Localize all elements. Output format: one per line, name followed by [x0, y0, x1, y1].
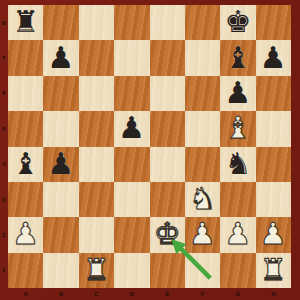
- square-f7[interactable]: [185, 40, 220, 75]
- square-a7[interactable]: [8, 40, 43, 75]
- square-e8[interactable]: [150, 5, 185, 40]
- square-h4[interactable]: [256, 147, 291, 182]
- square-f6[interactable]: [185, 76, 220, 111]
- piece-white-bishop[interactable]: ♝: [224, 110, 251, 145]
- square-d6[interactable]: [114, 76, 149, 111]
- square-f4[interactable]: [185, 147, 220, 182]
- square-a4[interactable]: ♝: [8, 147, 43, 182]
- rank-label-7: 7: [0, 40, 8, 75]
- piece-black-rook[interactable]: ♜: [12, 4, 39, 39]
- square-c8[interactable]: [79, 5, 114, 40]
- square-g7[interactable]: ♝: [220, 40, 255, 75]
- square-f1[interactable]: [185, 253, 220, 288]
- square-e5[interactable]: [150, 111, 185, 146]
- square-b4[interactable]: ♟: [43, 147, 78, 182]
- square-e1[interactable]: [150, 253, 185, 288]
- square-c3[interactable]: [79, 182, 114, 217]
- square-f5[interactable]: [185, 111, 220, 146]
- square-h3[interactable]: [256, 182, 291, 217]
- square-c2[interactable]: [79, 217, 114, 252]
- square-d4[interactable]: [114, 147, 149, 182]
- piece-black-pawn[interactable]: ♟: [48, 146, 75, 181]
- square-c6[interactable]: [79, 76, 114, 111]
- file-label-e: E: [150, 288, 185, 300]
- piece-black-pawn[interactable]: ♟: [260, 40, 287, 75]
- piece-white-rook[interactable]: ♜: [83, 252, 110, 287]
- piece-black-pawn[interactable]: ♟: [118, 110, 145, 145]
- square-d2[interactable]: [114, 217, 149, 252]
- square-c4[interactable]: [79, 147, 114, 182]
- square-d7[interactable]: [114, 40, 149, 75]
- square-h6[interactable]: [256, 76, 291, 111]
- rank-label-4: 4: [0, 147, 8, 182]
- square-g5[interactable]: ♝: [220, 111, 255, 146]
- square-d5[interactable]: ♟: [114, 111, 149, 146]
- chess-board-frame: ♜♚♟♝♟♟♟♝♝♟♞♞♟♚♟♟♟♜♜ 87654321 ABCDEFGH: [0, 0, 300, 300]
- square-e3[interactable]: [150, 182, 185, 217]
- square-f8[interactable]: [185, 5, 220, 40]
- square-c1[interactable]: ♜: [79, 253, 114, 288]
- file-label-b: B: [43, 288, 78, 300]
- square-b2[interactable]: [43, 217, 78, 252]
- piece-white-pawn[interactable]: ♟: [12, 216, 39, 251]
- square-h7[interactable]: ♟: [256, 40, 291, 75]
- rank-label-6: 6: [0, 76, 8, 111]
- piece-black-pawn[interactable]: ♟: [48, 40, 75, 75]
- square-g2[interactable]: ♟: [220, 217, 255, 252]
- piece-white-rook[interactable]: ♜: [260, 252, 287, 287]
- piece-white-king[interactable]: ♚: [154, 216, 181, 251]
- file-label-c: C: [79, 288, 114, 300]
- square-g6[interactable]: ♟: [220, 76, 255, 111]
- square-f3[interactable]: ♞: [185, 182, 220, 217]
- square-b5[interactable]: [43, 111, 78, 146]
- square-c5[interactable]: [79, 111, 114, 146]
- square-d1[interactable]: [114, 253, 149, 288]
- piece-white-pawn[interactable]: ♟: [260, 216, 287, 251]
- square-a8[interactable]: ♜: [8, 5, 43, 40]
- square-e4[interactable]: [150, 147, 185, 182]
- piece-black-bishop[interactable]: ♝: [12, 146, 39, 181]
- square-e2[interactable]: ♚: [150, 217, 185, 252]
- square-g4[interactable]: ♞: [220, 147, 255, 182]
- square-a3[interactable]: [8, 182, 43, 217]
- square-a6[interactable]: [8, 76, 43, 111]
- rank-label-8: 8: [0, 5, 8, 40]
- square-a2[interactable]: ♟: [8, 217, 43, 252]
- square-e6[interactable]: [150, 76, 185, 111]
- rank-label-2: 2: [0, 217, 8, 252]
- file-label-h: H: [256, 288, 291, 300]
- square-d8[interactable]: [114, 5, 149, 40]
- square-h8[interactable]: [256, 5, 291, 40]
- square-h1[interactable]: ♜: [256, 253, 291, 288]
- square-g1[interactable]: [220, 253, 255, 288]
- rank-label-1: 1: [0, 253, 8, 288]
- file-label-g: G: [220, 288, 255, 300]
- file-label-f: F: [185, 288, 220, 300]
- file-label-a: A: [8, 288, 43, 300]
- square-b6[interactable]: [43, 76, 78, 111]
- square-c7[interactable]: [79, 40, 114, 75]
- piece-black-king[interactable]: ♚: [224, 4, 251, 39]
- file-label-d: D: [114, 288, 149, 300]
- square-b8[interactable]: [43, 5, 78, 40]
- chess-board: ♜♚♟♝♟♟♟♝♝♟♞♞♟♚♟♟♟♜♜: [8, 5, 291, 288]
- square-b3[interactable]: [43, 182, 78, 217]
- piece-black-pawn[interactable]: ♟: [224, 75, 251, 110]
- square-a5[interactable]: [8, 111, 43, 146]
- square-g8[interactable]: ♚: [220, 5, 255, 40]
- square-h2[interactable]: ♟: [256, 217, 291, 252]
- square-b7[interactable]: ♟: [43, 40, 78, 75]
- piece-white-knight[interactable]: ♞: [189, 181, 216, 216]
- square-d3[interactable]: [114, 182, 149, 217]
- piece-black-knight[interactable]: ♞: [224, 146, 251, 181]
- rank-label-3: 3: [0, 182, 8, 217]
- piece-white-pawn[interactable]: ♟: [224, 216, 251, 251]
- square-a1[interactable]: [8, 253, 43, 288]
- piece-white-pawn[interactable]: ♟: [189, 216, 216, 251]
- piece-black-bishop[interactable]: ♝: [224, 40, 251, 75]
- square-b1[interactable]: [43, 253, 78, 288]
- square-g3[interactable]: [220, 182, 255, 217]
- rank-label-5: 5: [0, 111, 8, 146]
- square-f2[interactable]: ♟: [185, 217, 220, 252]
- square-e7[interactable]: [150, 40, 185, 75]
- square-h5[interactable]: [256, 111, 291, 146]
